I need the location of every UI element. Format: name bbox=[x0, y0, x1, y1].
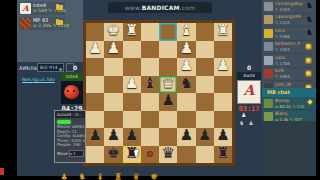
square-r6c5[interactable] bbox=[159, 111, 177, 129]
player-rating: ✎ 1986 bbox=[275, 34, 290, 39]
white-P-piece[interactable]: ♟ bbox=[86, 40, 104, 58]
square-r5c2[interactable] bbox=[104, 93, 122, 111]
square-r8c1[interactable] bbox=[86, 146, 104, 164]
engine-info-line: People: 190 bbox=[55, 143, 85, 148]
engine-window-titlebar[interactable]: Autod4 - O...× bbox=[55, 111, 85, 118]
right-pocket-count: 0 bbox=[245, 64, 253, 71]
medal-icon bbox=[305, 43, 312, 50]
square-r7c4[interactable] bbox=[141, 128, 159, 146]
square-r2c2[interactable]: ♟ bbox=[104, 41, 122, 59]
square-r8c8[interactable]: ♜ bbox=[214, 146, 232, 164]
square-r6c4[interactable] bbox=[141, 111, 159, 129]
left-link[interactable]: Nek.Sg.u1.5dv bbox=[22, 77, 55, 82]
engine-info-lines: Master dd5614_17_256 exeDepth: 11Config:… bbox=[55, 125, 85, 148]
avatar bbox=[264, 112, 273, 121]
avatar bbox=[264, 2, 273, 11]
square-r5c8[interactable] bbox=[214, 93, 232, 111]
chat-user-name: Biany bbox=[275, 111, 288, 116]
black-N-piece[interactable]: ♞ bbox=[177, 75, 195, 93]
player-rating: ✎ 1788 bbox=[275, 61, 290, 66]
square-r7c7[interactable]: ♟ bbox=[196, 128, 214, 146]
black-Q-piece[interactable]: ♛ bbox=[159, 145, 177, 163]
account-card-1[interactable]: A tote4 ⛀ 549 ✎ +106 bbox=[19, 2, 65, 15]
square-r8c2[interactable]: ♚ bbox=[104, 146, 122, 164]
engine-move-row: Move bbox=[57, 150, 85, 157]
black-P-piece[interactable]: ♟ bbox=[159, 92, 177, 110]
chat-user-stats: ⛀ 80.2k ✎ 230 bbox=[275, 104, 304, 109]
avatar bbox=[264, 29, 273, 38]
square-r1c8[interactable]: ♜ bbox=[214, 23, 232, 41]
gem-icon bbox=[307, 99, 313, 105]
player-name: tiera bbox=[275, 28, 285, 33]
red-monster-icon bbox=[64, 85, 79, 99]
square-r7c2[interactable]: ♟ bbox=[104, 128, 122, 146]
player-name: camanga4you bbox=[275, 1, 303, 6]
square-r1c5[interactable] bbox=[159, 23, 177, 41]
engine-window[interactable]: Autod4 - O...× Master dd5614_17_256 exeD… bbox=[54, 110, 86, 163]
player-rating: ✎ 2104 bbox=[275, 20, 290, 25]
selector-label: AIMchk bbox=[19, 65, 37, 71]
square-r7c6[interactable]: ♟ bbox=[177, 128, 195, 146]
square-r1c4[interactable] bbox=[141, 23, 159, 41]
square-r3c2[interactable] bbox=[104, 58, 122, 76]
player-list-row[interactable]: tiera✎ 1986♞ bbox=[262, 27, 316, 41]
white-R-piece[interactable]: ♜ bbox=[123, 22, 141, 40]
left-player-name: tote4 bbox=[61, 73, 83, 81]
black-P-piece[interactable]: ♟ bbox=[214, 127, 232, 145]
square-r1c7[interactable] bbox=[196, 23, 214, 41]
player-name: vata bbox=[275, 55, 285, 60]
right-player-avatar: A bbox=[237, 80, 261, 104]
square-r3c7[interactable] bbox=[196, 58, 214, 76]
bot-select-dropdown[interactable]: Bot 914▼ bbox=[37, 63, 64, 72]
white-Q-piece[interactable]: ♛ bbox=[159, 75, 177, 93]
square-r4c1[interactable] bbox=[86, 76, 104, 94]
black-K-piece[interactable]: ♚ bbox=[104, 145, 122, 163]
square-r4c6[interactable]: ♞ bbox=[177, 76, 195, 94]
square-r8c7[interactable] bbox=[196, 146, 214, 164]
chat-header: MB chat bbox=[262, 88, 316, 97]
square-r4c2[interactable] bbox=[104, 76, 122, 94]
right-player-name: Aad4 bbox=[237, 72, 261, 80]
move-hint-dot[interactable] bbox=[147, 151, 153, 157]
white-P-piece[interactable]: ♟ bbox=[177, 40, 195, 58]
board-grid: ♚♜♝♜♟♟♟♟♟♟♝♛♞♟♟♟♟♟♟♟♚♜♛♜ bbox=[86, 23, 232, 163]
black-P-piece[interactable]: ♟ bbox=[86, 127, 104, 145]
square-r8c4[interactable] bbox=[141, 146, 159, 164]
player-name: kofk bbox=[275, 68, 284, 73]
black-P-piece[interactable]: ♟ bbox=[177, 127, 195, 145]
taskbar-red-chip bbox=[0, 168, 4, 175]
player-rating: ✎ 1694 bbox=[275, 74, 290, 79]
white-B-piece[interactable]: ♝ bbox=[177, 22, 195, 40]
knight-icon: ♞ bbox=[306, 28, 313, 37]
black-P-piece[interactable]: ♟ bbox=[123, 127, 141, 145]
avatar bbox=[20, 18, 31, 29]
square-r7c5[interactable] bbox=[159, 128, 177, 146]
square-r4c3[interactable]: ♟ bbox=[123, 76, 141, 94]
left-player-avatar bbox=[61, 81, 83, 104]
black-P-piece[interactable]: ♟ bbox=[104, 127, 122, 145]
bandicam-watermark: www.BANDICAM.com bbox=[108, 2, 212, 13]
account-card-2[interactable]: MP 83 ⛀ 2,306 ✎ 1104 bbox=[19, 17, 65, 30]
square-r3c8[interactable]: ♟ bbox=[214, 58, 232, 76]
player-list-row[interactable]: camanga4you✎ 2304♞ bbox=[262, 0, 316, 14]
right-black-strip bbox=[316, 0, 320, 180]
avatar bbox=[264, 15, 273, 24]
player-list-row[interactable]: Lawanga99✎ 2104♞ bbox=[262, 14, 316, 28]
square-r1c6[interactable]: ♝ bbox=[177, 23, 195, 41]
left-pocket-count: 0 bbox=[71, 64, 79, 71]
player-list-row[interactable]: kofk✎ 1694 bbox=[262, 68, 316, 82]
square-r7c1[interactable]: ♟ bbox=[86, 128, 104, 146]
account-stats: ⛀ 2,306 ✎ 1104 bbox=[33, 23, 69, 28]
player-list-row[interactable]: vata✎ 1788 bbox=[262, 54, 316, 68]
script-a-logo: A bbox=[238, 82, 260, 98]
avatar: A bbox=[20, 3, 31, 14]
black-P-piece[interactable]: ♟ bbox=[196, 127, 214, 145]
black-B-piece[interactable]: ♝ bbox=[141, 75, 159, 93]
engine-status-led bbox=[57, 120, 71, 124]
square-r2c4[interactable] bbox=[141, 41, 159, 59]
square-r1c2[interactable]: ♚ bbox=[104, 23, 122, 41]
square-r3c4[interactable] bbox=[141, 58, 159, 76]
right-pocket-row-2[interactable]: ♞ ♟ bbox=[239, 119, 255, 126]
square-r3c1[interactable] bbox=[86, 58, 104, 76]
avatar bbox=[264, 69, 273, 78]
avatar bbox=[264, 99, 273, 108]
black-R-piece[interactable]: ♜ bbox=[214, 145, 232, 163]
right-pocket-row-1[interactable]: ♟ bbox=[241, 111, 247, 118]
white-P-piece[interactable]: ♟ bbox=[177, 57, 195, 75]
player-list-row[interactable]: belkasim_9✎ 1904 bbox=[262, 41, 316, 55]
knight-icon: ♞ bbox=[306, 15, 313, 24]
square-r4c8[interactable] bbox=[214, 76, 232, 94]
square-r8c6[interactable] bbox=[177, 146, 195, 164]
player-name: belkasim_9 bbox=[275, 41, 300, 46]
square-r2c5[interactable] bbox=[159, 41, 177, 59]
square-r5c7[interactable] bbox=[196, 93, 214, 111]
square-r5c1[interactable] bbox=[86, 93, 104, 111]
app-window: www.BANDICAM.com A tote4 ⛀ 549 ✎ +106 MP… bbox=[0, 0, 320, 180]
square-r5c6[interactable] bbox=[177, 93, 195, 111]
square-r1c1[interactable] bbox=[86, 23, 104, 41]
knight-icon: ♞ bbox=[306, 1, 313, 10]
move-input[interactable] bbox=[69, 150, 84, 157]
folder-icon[interactable] bbox=[56, 5, 63, 10]
square-r4c4[interactable]: ♝ bbox=[141, 76, 159, 94]
square-r2c1[interactable]: ♟ bbox=[86, 41, 104, 59]
square-r2c7[interactable] bbox=[196, 41, 214, 59]
avatar bbox=[264, 56, 273, 65]
square-r3c6[interactable]: ♟ bbox=[177, 58, 195, 76]
chat-user-rows: Bonny⛀ 80.2k ✎ 230Biany⛀ 1.4k ✎ 407 bbox=[262, 97, 316, 123]
white-P-piece[interactable]: ♟ bbox=[214, 57, 232, 75]
player-name: john_M bbox=[275, 82, 291, 87]
white-K-piece[interactable]: ♚ bbox=[104, 22, 122, 40]
chat-user-name: Bonny bbox=[275, 98, 289, 103]
square-r4c7[interactable] bbox=[196, 76, 214, 94]
chess-board[interactable]: ♚♜♝♜♟♟♟♟♟♟♝♛♞♟♟♟♟♟♟♟♚♜♛♜ bbox=[83, 20, 235, 166]
square-r8c5[interactable]: ♛ bbox=[159, 146, 177, 164]
avatar bbox=[264, 42, 273, 51]
square-r5c5[interactable]: ♟ bbox=[159, 93, 177, 111]
white-R-piece[interactable]: ♜ bbox=[214, 22, 232, 40]
square-r3c3[interactable] bbox=[123, 58, 141, 76]
piece-tray[interactable]: ♟♞♝♜♛♚♟♞♝♜♛♚ bbox=[55, 164, 167, 176]
square-r5c3[interactable] bbox=[123, 93, 141, 111]
square-r2c3[interactable] bbox=[123, 41, 141, 59]
chat-body[interactable] bbox=[262, 121, 316, 176]
square-r3c5[interactable] bbox=[159, 58, 177, 76]
player-rating: ✎ 1904 bbox=[275, 47, 290, 52]
medal-icon bbox=[305, 70, 312, 77]
left-black-strip bbox=[0, 0, 17, 180]
square-r7c3[interactable]: ♟ bbox=[123, 128, 141, 146]
player-rating: ✎ 2304 bbox=[275, 7, 290, 12]
folder-icon[interactable] bbox=[56, 20, 63, 25]
white-P-piece[interactable]: ♟ bbox=[123, 75, 141, 93]
square-r1c3[interactable]: ♜ bbox=[123, 23, 141, 41]
square-r5c4[interactable] bbox=[141, 93, 159, 111]
medal-icon bbox=[305, 57, 312, 64]
player-name: Lawanga99 bbox=[275, 14, 301, 19]
chat-user-row[interactable]: Bonny⛀ 80.2k ✎ 230 bbox=[262, 97, 316, 110]
white-P-piece[interactable]: ♟ bbox=[104, 40, 122, 58]
square-r7c8[interactable]: ♟ bbox=[214, 128, 232, 146]
